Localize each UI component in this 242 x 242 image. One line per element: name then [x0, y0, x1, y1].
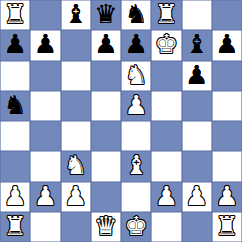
square-a2[interactable]: ♟ [0, 182, 30, 212]
square-d7[interactable]: ♟ [91, 30, 121, 60]
white-knight-icon[interactable]: ♞ [64, 150, 87, 180]
square-b1[interactable] [30, 212, 60, 242]
square-a4[interactable] [0, 121, 30, 151]
black-bishop-icon[interactable]: ♝ [64, 0, 87, 29]
square-a5[interactable]: ♞ [0, 91, 30, 121]
white-king-icon[interactable]: ♚ [155, 29, 178, 59]
black-knight-icon[interactable]: ♞ [124, 0, 147, 29]
square-h3[interactable] [212, 151, 242, 181]
square-d1[interactable]: ♛ [91, 212, 121, 242]
square-f8[interactable]: ♜ [151, 0, 181, 30]
square-g8[interactable] [182, 0, 212, 30]
square-c1[interactable] [61, 212, 91, 242]
square-c3[interactable]: ♞ [61, 151, 91, 181]
square-c2[interactable]: ♟ [61, 182, 91, 212]
square-c4[interactable] [61, 121, 91, 151]
square-b3[interactable] [30, 151, 60, 181]
black-pawn-icon[interactable]: ♟ [34, 29, 57, 59]
white-bishop-icon[interactable]: ♝ [124, 150, 147, 180]
square-f2[interactable]: ♟ [151, 182, 181, 212]
square-e4[interactable] [121, 121, 151, 151]
white-rook-icon[interactable]: ♜ [215, 211, 238, 241]
square-h6[interactable] [212, 61, 242, 91]
square-d4[interactable] [91, 121, 121, 151]
white-rook-icon[interactable]: ♜ [155, 0, 178, 29]
square-a6[interactable] [0, 61, 30, 91]
square-c8[interactable]: ♝ [61, 0, 91, 30]
square-f6[interactable] [151, 61, 181, 91]
white-pawn-icon[interactable]: ♟ [215, 181, 238, 211]
square-h4[interactable] [212, 121, 242, 151]
square-e5[interactable]: ♟ [121, 91, 151, 121]
square-e6[interactable]: ♞ [121, 61, 151, 91]
square-d3[interactable] [91, 151, 121, 181]
black-pawn-icon[interactable]: ♟ [3, 29, 26, 59]
square-b8[interactable] [30, 0, 60, 30]
square-h1[interactable]: ♜ [212, 212, 242, 242]
black-queen-icon[interactable]: ♛ [94, 0, 117, 29]
white-pawn-icon[interactable]: ♟ [34, 181, 57, 211]
square-h2[interactable]: ♟ [212, 182, 242, 212]
square-g3[interactable] [182, 151, 212, 181]
white-pawn-icon[interactable]: ♟ [124, 90, 147, 120]
square-h7[interactable]: ♟ [212, 30, 242, 60]
square-a3[interactable] [0, 151, 30, 181]
square-a8[interactable]: ♜ [0, 0, 30, 30]
black-pawn-icon[interactable]: ♟ [215, 29, 238, 59]
white-pawn-icon[interactable]: ♟ [155, 181, 178, 211]
square-h5[interactable] [212, 91, 242, 121]
white-knight-icon[interactable]: ♞ [124, 60, 147, 90]
square-e7[interactable]: ♟ [121, 30, 151, 60]
square-d8[interactable]: ♛ [91, 0, 121, 30]
square-g7[interactable]: ♝ [182, 30, 212, 60]
square-d6[interactable] [91, 61, 121, 91]
square-b2[interactable]: ♟ [30, 182, 60, 212]
square-g6[interactable]: ♟ [182, 61, 212, 91]
square-e2[interactable] [121, 182, 151, 212]
square-a1[interactable]: ♜ [0, 212, 30, 242]
square-b7[interactable]: ♟ [30, 30, 60, 60]
square-f5[interactable] [151, 91, 181, 121]
white-rook-icon[interactable]: ♜ [3, 211, 26, 241]
square-f4[interactable] [151, 121, 181, 151]
black-knight-icon[interactable]: ♞ [3, 90, 26, 120]
black-pawn-icon[interactable]: ♟ [94, 29, 117, 59]
square-g2[interactable]: ♟ [182, 182, 212, 212]
square-e8[interactable]: ♞ [121, 0, 151, 30]
black-bishop-icon[interactable]: ♝ [185, 29, 208, 59]
white-king-icon[interactable]: ♚ [124, 211, 147, 241]
square-f1[interactable] [151, 212, 181, 242]
square-g4[interactable] [182, 121, 212, 151]
square-h8[interactable] [212, 0, 242, 30]
square-b6[interactable] [30, 61, 60, 91]
square-a7[interactable]: ♟ [0, 30, 30, 60]
square-b4[interactable] [30, 121, 60, 151]
square-e1[interactable]: ♚ [121, 212, 151, 242]
white-queen-icon[interactable]: ♛ [94, 211, 117, 241]
square-c5[interactable] [61, 91, 91, 121]
square-g5[interactable] [182, 91, 212, 121]
black-pawn-icon[interactable]: ♟ [185, 60, 208, 90]
white-pawn-icon[interactable]: ♟ [185, 181, 208, 211]
white-pawn-icon[interactable]: ♟ [64, 181, 87, 211]
black-pawn-icon[interactable]: ♟ [124, 29, 147, 59]
white-pawn-icon[interactable]: ♟ [3, 181, 26, 211]
square-d5[interactable] [91, 91, 121, 121]
white-rook-icon[interactable]: ♜ [3, 0, 26, 29]
square-d2[interactable] [91, 182, 121, 212]
square-e3[interactable]: ♝ [121, 151, 151, 181]
square-f3[interactable] [151, 151, 181, 181]
chess-board: ♜♝♛♞♜♟♟♟♟♚♝♟♞♟♞♟♞♝♟♟♟♟♟♟♜♛♚♜ [0, 0, 242, 242]
square-c7[interactable] [61, 30, 91, 60]
square-f7[interactable]: ♚ [151, 30, 181, 60]
square-b5[interactable] [30, 91, 60, 121]
square-g1[interactable] [182, 212, 212, 242]
square-c6[interactable] [61, 61, 91, 91]
